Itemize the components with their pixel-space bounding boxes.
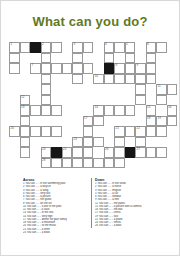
void-cell xyxy=(125,137,136,148)
void-cell xyxy=(114,116,125,127)
void-cell xyxy=(62,42,73,53)
void-cell xyxy=(135,105,146,116)
blocked-cell xyxy=(30,42,41,53)
grid-cell[interactable] xyxy=(135,74,146,85)
void-cell xyxy=(20,74,31,85)
clue-number: 4 xyxy=(105,43,107,46)
grid-cell[interactable] xyxy=(72,53,83,64)
void-cell xyxy=(9,116,20,127)
void-cell xyxy=(156,63,167,74)
grid-cell[interactable]: 22 xyxy=(135,126,146,137)
grid-cell[interactable]: 5 xyxy=(125,42,136,53)
grid-cell[interactable] xyxy=(93,116,104,127)
grid-cell[interactable] xyxy=(114,158,125,169)
void-cell xyxy=(114,84,125,95)
clue-number: 8 xyxy=(116,64,118,67)
clue-section: Across 1 You can ... - in the swimming p… xyxy=(23,178,175,234)
clue-number: 5 xyxy=(126,43,128,46)
void-cell xyxy=(146,84,157,95)
void-cell xyxy=(20,53,31,64)
grid-cell[interactable] xyxy=(20,116,31,127)
void-cell xyxy=(104,137,115,148)
void-cell xyxy=(83,74,94,85)
across-clue-list: 1 You can ... - in the swimming pool2 Yo… xyxy=(23,182,90,234)
grid-cell[interactable] xyxy=(167,84,178,95)
clue-number: 3 xyxy=(74,43,76,46)
clue-number: 24 xyxy=(42,148,45,151)
clue-number: 6 xyxy=(147,43,149,46)
grid-cell[interactable] xyxy=(51,105,62,116)
void-cell xyxy=(135,42,146,53)
grid-cell[interactable] xyxy=(51,158,62,169)
grid-cell[interactable] xyxy=(83,63,94,74)
void-cell xyxy=(167,158,178,169)
grid-cell[interactable]: 24 xyxy=(41,147,52,158)
void-cell xyxy=(62,105,73,116)
clue-number: 20 xyxy=(11,127,14,130)
grid-cell[interactable] xyxy=(41,95,52,106)
grid-cell[interactable]: 1 xyxy=(9,42,20,53)
grid-cell[interactable] xyxy=(125,126,136,137)
grid-cell[interactable] xyxy=(146,63,157,74)
grid-cell[interactable]: 6 xyxy=(146,42,157,53)
worksheet-page: What can you do? 12345678910111213141516… xyxy=(0,0,180,256)
clue-number: 26 xyxy=(105,148,108,151)
void-cell xyxy=(9,95,20,106)
void-cell xyxy=(83,95,94,106)
void-cell xyxy=(167,42,178,53)
void-cell xyxy=(30,116,41,127)
void-cell xyxy=(146,137,157,148)
void-cell xyxy=(167,63,178,74)
void-cell xyxy=(30,137,41,148)
clue-number: 25 xyxy=(63,148,66,151)
void-cell xyxy=(9,105,20,116)
grid-cell[interactable]: 28 xyxy=(41,158,52,169)
grid-cell[interactable] xyxy=(156,126,167,137)
grid-cell[interactable] xyxy=(83,42,94,53)
clue-number: 21 xyxy=(116,127,119,130)
grid-cell[interactable]: 13 xyxy=(20,105,31,116)
void-cell xyxy=(51,116,62,127)
down-clue-list: 1 You can ... - in the snow2 You can ...… xyxy=(95,182,175,228)
void-cell xyxy=(167,137,178,148)
grid-cell[interactable] xyxy=(20,126,31,137)
clue-number: 23 xyxy=(74,138,77,141)
grid-cell[interactable] xyxy=(41,126,52,137)
void-cell xyxy=(72,105,83,116)
void-cell xyxy=(62,74,73,85)
grid-cell[interactable]: 11 xyxy=(156,84,167,95)
void-cell xyxy=(156,74,167,85)
grid-cell[interactable] xyxy=(83,126,94,137)
grid-cell[interactable] xyxy=(146,147,157,158)
grid-cell[interactable] xyxy=(104,53,115,64)
blocked-cell xyxy=(51,147,62,158)
void-cell xyxy=(51,53,62,64)
void-cell xyxy=(93,53,104,64)
grid-cell[interactable] xyxy=(114,42,125,53)
grid-cell[interactable]: 16 xyxy=(167,105,178,116)
void-cell xyxy=(125,158,136,169)
void-cell xyxy=(83,105,94,116)
grid-cell[interactable] xyxy=(156,95,167,106)
void-cell xyxy=(93,126,104,137)
void-cell xyxy=(9,147,20,158)
void-cell xyxy=(30,158,41,169)
grid-cell[interactable] xyxy=(135,95,146,106)
void-cell xyxy=(156,105,167,116)
grid-cell[interactable]: 8 xyxy=(114,63,125,74)
void-cell xyxy=(104,116,115,127)
grid-cell[interactable]: 20 xyxy=(9,126,20,137)
grid-cell[interactable] xyxy=(51,42,62,53)
void-cell xyxy=(167,126,178,137)
clue-number: 19 xyxy=(158,117,161,120)
void-cell xyxy=(135,116,146,127)
grid-cell[interactable] xyxy=(30,105,41,116)
grid-cell[interactable] xyxy=(41,53,52,64)
void-cell xyxy=(83,84,94,95)
grid-cell[interactable] xyxy=(20,137,31,148)
across-clues-column: Across 1 You can ... - in the swimming p… xyxy=(23,178,90,234)
void-cell xyxy=(9,137,20,148)
page-title: What can you do? xyxy=(1,14,179,29)
grid-cell[interactable] xyxy=(30,126,41,137)
clue-number: 11 xyxy=(158,85,161,88)
void-cell xyxy=(41,137,52,148)
void-cell xyxy=(104,126,115,137)
grid-cell[interactable] xyxy=(93,158,104,169)
void-cell xyxy=(114,53,125,64)
clue-number: 9 xyxy=(137,64,139,67)
grid-cell[interactable] xyxy=(146,126,157,137)
void-cell xyxy=(104,95,115,106)
grid-cell[interactable] xyxy=(41,74,52,85)
clue-number: 15 xyxy=(147,106,150,109)
grid-cell[interactable]: 15 xyxy=(146,105,157,116)
grid-cell[interactable] xyxy=(114,147,125,158)
void-cell xyxy=(20,63,31,74)
grid-cell[interactable] xyxy=(62,63,73,74)
grid-cell[interactable] xyxy=(93,137,104,148)
void-cell xyxy=(72,116,83,127)
grid-cell[interactable] xyxy=(114,74,125,85)
clue-number: 13 xyxy=(21,106,24,109)
void-cell xyxy=(30,53,41,64)
void-cell xyxy=(62,137,73,148)
grid-cell[interactable] xyxy=(83,158,94,169)
void-cell xyxy=(156,53,167,64)
void-cell xyxy=(114,95,125,106)
grid-cell[interactable] xyxy=(114,137,125,148)
clue-number: 28 xyxy=(42,159,45,162)
void-cell xyxy=(104,84,115,95)
grid-cell[interactable] xyxy=(41,105,52,116)
down-clues-column: Down 1 You can ... - in the snow2 You ca… xyxy=(91,178,175,228)
grid-cell[interactable]: 14 xyxy=(93,105,104,116)
void-cell xyxy=(156,137,167,148)
void-cell xyxy=(9,74,20,85)
grid-cell[interactable] xyxy=(83,147,94,158)
grid-cell[interactable]: 25 xyxy=(62,147,73,158)
grid-cell[interactable]: 23 xyxy=(72,137,83,148)
void-cell xyxy=(62,95,73,106)
void-cell xyxy=(9,158,20,169)
grid-cell[interactable]: 27 xyxy=(135,147,146,158)
void-cell xyxy=(30,147,41,158)
void-cell xyxy=(30,95,41,106)
grid-cell[interactable] xyxy=(125,105,136,116)
grid-cell[interactable] xyxy=(72,63,83,74)
grid-cell[interactable]: 12 xyxy=(20,95,31,106)
grid-cell[interactable] xyxy=(135,84,146,95)
grid-cell[interactable]: 7 xyxy=(30,63,41,74)
grid-cell[interactable]: 21 xyxy=(114,126,125,137)
grid-cell[interactable] xyxy=(51,126,62,137)
grid-cell[interactable]: 19 xyxy=(156,116,167,127)
grid-cell[interactable] xyxy=(104,158,115,169)
grid-cell[interactable]: 26 xyxy=(104,147,115,158)
void-cell xyxy=(156,158,167,169)
void-cell xyxy=(93,147,104,158)
void-cell xyxy=(20,84,31,95)
grid-cell[interactable] xyxy=(41,63,52,74)
void-cell xyxy=(72,126,83,137)
grid-cell[interactable]: 17 xyxy=(83,116,94,127)
clue-across-23: 23 You can ... - a book xyxy=(23,231,90,234)
void-cell xyxy=(135,158,146,169)
void-cell xyxy=(125,116,136,127)
clue-number: 14 xyxy=(95,106,98,109)
grid-cell[interactable] xyxy=(167,116,178,127)
grid-cell[interactable] xyxy=(51,63,62,74)
grid-cell[interactable] xyxy=(146,74,157,85)
clue-number: 2 xyxy=(42,43,44,46)
void-cell xyxy=(9,84,20,95)
clue-number: 10 xyxy=(95,75,98,78)
grid-cell[interactable] xyxy=(20,147,31,158)
void-cell xyxy=(167,95,178,106)
clue-number: 1 xyxy=(11,43,13,46)
void-cell xyxy=(30,74,41,85)
grid-cell[interactable] xyxy=(20,42,31,53)
grid-cell[interactable] xyxy=(125,74,136,85)
void-cell xyxy=(83,53,94,64)
grid-cell[interactable]: 3 xyxy=(72,42,83,53)
grid-cell[interactable] xyxy=(125,63,136,74)
void-cell xyxy=(93,63,104,74)
void-cell xyxy=(51,137,62,148)
void-cell xyxy=(93,95,104,106)
void-cell xyxy=(146,158,157,169)
void-cell xyxy=(125,95,136,106)
grid-cell[interactable] xyxy=(9,63,20,74)
grid-cell[interactable] xyxy=(41,84,52,95)
void-cell xyxy=(72,95,83,106)
void-cell xyxy=(167,147,178,158)
void-cell xyxy=(125,84,136,95)
clue-number: 17 xyxy=(84,117,87,120)
clue-number: 22 xyxy=(137,127,140,130)
void-cell xyxy=(167,53,178,64)
clue-number: 16 xyxy=(168,106,171,109)
grid-cell[interactable]: 9 xyxy=(135,63,146,74)
blocked-cell xyxy=(104,63,115,74)
void-cell xyxy=(62,84,73,95)
clue-number: 12 xyxy=(21,96,24,99)
clue-down-26: 26 You can ... - a boat xyxy=(95,224,175,227)
void-cell xyxy=(51,84,62,95)
grid-cell[interactable] xyxy=(156,147,167,158)
void-cell xyxy=(93,42,104,53)
void-cell xyxy=(62,116,73,127)
grid-cell[interactable]: 18 xyxy=(146,116,157,127)
grid-cell[interactable] xyxy=(125,53,136,64)
void-cell xyxy=(62,53,73,64)
clue-number: 7 xyxy=(32,64,34,67)
grid-cell[interactable] xyxy=(146,53,157,64)
grid-cell[interactable] xyxy=(83,137,94,148)
grid-cell[interactable] xyxy=(156,42,167,53)
void-cell xyxy=(135,53,146,64)
void-cell xyxy=(146,95,157,106)
grid-cell[interactable]: 2 xyxy=(41,42,52,53)
grid-cell[interactable]: 4 xyxy=(104,42,115,53)
clue-number: 18 xyxy=(147,117,150,120)
void-cell xyxy=(62,126,73,137)
void-cell xyxy=(72,84,83,95)
void-cell xyxy=(51,95,62,106)
grid-cell[interactable] xyxy=(104,105,115,116)
grid-cell[interactable] xyxy=(9,53,20,64)
void-cell xyxy=(20,158,31,169)
void-cell xyxy=(51,74,62,85)
grid-cell[interactable] xyxy=(114,105,125,116)
grid-cell[interactable] xyxy=(135,137,146,148)
blocked-cell xyxy=(125,147,136,158)
void-cell xyxy=(93,84,104,95)
void-cell xyxy=(167,74,178,85)
grid-cell[interactable] xyxy=(72,158,83,169)
grid-cell[interactable] xyxy=(62,158,73,169)
grid-cell[interactable] xyxy=(104,74,115,85)
grid-cell[interactable] xyxy=(72,147,83,158)
void-cell xyxy=(30,84,41,95)
clue-number: 27 xyxy=(137,148,140,151)
void-cell xyxy=(41,116,52,127)
grid-cell[interactable] xyxy=(72,74,83,85)
crossword-grid: 1234567891011121314151617181920212223242… xyxy=(9,42,177,168)
grid-cell[interactable]: 10 xyxy=(93,74,104,85)
